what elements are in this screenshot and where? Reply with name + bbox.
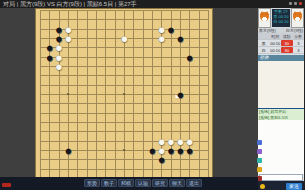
black-stone: ● <box>44 42 56 53</box>
star-point <box>123 93 125 95</box>
white-stone: ● <box>165 136 177 147</box>
cell: 黑 <box>258 40 270 46</box>
cell-countdown: 30 <box>281 47 293 53</box>
white-stone: ● <box>174 136 186 147</box>
black-stone: ● <box>184 52 196 63</box>
chat-toolbar: 发送 <box>258 181 304 190</box>
header-cell <box>258 33 270 39</box>
side-tool-blue-icon[interactable] <box>257 140 262 145</box>
close-icon[interactable] <box>299 2 302 5</box>
estimate-button[interactable]: 形势 <box>84 179 100 187</box>
chat-input[interactable] <box>259 174 303 181</box>
maximize-icon[interactable] <box>294 2 297 5</box>
side-tool-purple-icon[interactable] <box>257 149 262 154</box>
emoji-icon[interactable] <box>260 184 265 189</box>
black-stone: ● <box>156 154 168 165</box>
cell: 3 <box>293 47 305 53</box>
cell: 白 <box>258 47 270 53</box>
table-row: 白 00:10 30 3 <box>258 47 304 54</box>
game-window: 对局 | 黑方(9段) VS 白方(9段) | 黑贴6.5目 | 第27手 ●●… <box>0 0 304 190</box>
black-stone: ● <box>165 24 177 35</box>
cell: 3 <box>293 40 305 46</box>
black-player-avatar[interactable] <box>258 8 271 28</box>
star-point <box>179 37 181 39</box>
board-grid: ●●●●●●●●●●●●●●●●●●●●●●●●●●● <box>40 10 209 179</box>
cell: 00:10 <box>270 40 282 46</box>
chat-area[interactable] <box>258 120 304 174</box>
minimize-icon[interactable] <box>289 2 292 5</box>
white-stone: ● <box>156 136 168 147</box>
header-cell: 时间 <box>270 33 282 39</box>
black-stone: ● <box>165 145 177 156</box>
white-stone: ● <box>53 61 65 72</box>
exit-button[interactable]: 退出 <box>186 179 202 187</box>
black-stone: ● <box>53 33 65 44</box>
go-board[interactable]: ●●●●●●●●●●●●●●●●●●●●●●●●●●● <box>35 8 213 178</box>
star-point <box>67 37 69 39</box>
window-controls <box>289 2 302 5</box>
side-tool-yellow-icon[interactable] <box>257 167 262 172</box>
star-point <box>179 93 181 95</box>
black-stone: ● <box>44 52 56 63</box>
star-point <box>67 93 69 95</box>
star-point <box>123 149 125 151</box>
white-stone: ● <box>156 33 168 44</box>
header-cell: 读秒 <box>281 33 293 39</box>
white-stone: ● <box>156 145 168 156</box>
research-button[interactable]: 研究 <box>152 179 168 187</box>
star-point <box>67 149 69 151</box>
header-cell: 次数 <box>293 33 305 39</box>
star-point <box>123 37 125 39</box>
info-line: 白 00:10 <box>272 19 290 24</box>
send-button[interactable]: 发送 <box>286 183 302 190</box>
resign-button[interactable]: 认输 <box>135 179 151 187</box>
table-header: 时间 读秒 次数 <box>258 33 304 40</box>
players-row: 手数 27 黑 00:10 白 00:10 <box>258 8 304 28</box>
game-info-box: 手数 27 黑 00:10 白 00:10 <box>272 9 290 27</box>
chat-button[interactable]: 聊天 <box>169 179 185 187</box>
side-tool-teal-icon[interactable] <box>257 158 262 163</box>
window-title: 对局 | 黑方(9段) VS 白方(9段) | 黑贴6.5目 | 第27手 <box>0 0 304 8</box>
white-player-avatar[interactable] <box>291 8 304 28</box>
white-stone: ● <box>184 136 196 147</box>
star-point <box>179 149 181 151</box>
system-messages: [系统] 对局开始 [系统] 黑贴6.5目 <box>258 108 304 120</box>
cell: 00:10 <box>270 47 282 53</box>
fox-avatar-icon <box>260 12 269 21</box>
black-stone: ● <box>146 145 158 156</box>
table-row: 黑 00:10 30 3 <box>258 40 304 47</box>
white-stone: ● <box>62 24 74 35</box>
draw-button[interactable]: 和棋 <box>118 179 134 187</box>
fox-avatar-icon <box>293 12 302 21</box>
white-stone: ● <box>53 52 65 63</box>
move-list-area[interactable] <box>258 61 304 108</box>
bottom-bar: 形势 数子 和棋 认输 研究 聊天 退出 <box>0 177 258 190</box>
cell-countdown: 30 <box>281 40 293 46</box>
white-stone: ● <box>156 24 168 35</box>
black-stone: ● <box>184 145 196 156</box>
count-button[interactable]: 数子 <box>101 179 117 187</box>
right-panel: 手数 27 黑 00:10 白 00:10 黑方(9段) 白方(9段) 时间 读… <box>258 8 304 190</box>
white-stone: ● <box>53 42 65 53</box>
time-table: 时间 读秒 次数 黑 00:10 30 3 白 00:10 30 3 <box>258 33 304 55</box>
black-stone: ● <box>53 24 65 35</box>
game-buttons: 形势 数子 和棋 认输 研究 聊天 退出 <box>84 179 202 187</box>
status-badge <box>2 183 11 187</box>
